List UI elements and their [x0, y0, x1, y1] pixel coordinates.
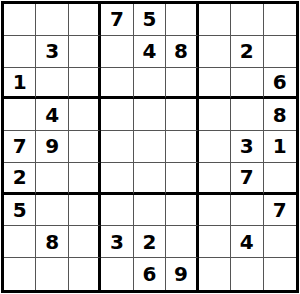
cell-r7c7[interactable] — [199, 195, 231, 227]
cell-r1c6[interactable] — [166, 4, 198, 36]
sudoku-page: 753482164879312757832469 — [0, 0, 300, 294]
cell-r6c5[interactable] — [134, 163, 166, 195]
cell-r4c1[interactable] — [4, 99, 36, 131]
cell-r2c7[interactable] — [199, 36, 231, 68]
cell-r7c5[interactable] — [134, 195, 166, 227]
cell-r3c4[interactable] — [101, 68, 133, 100]
cell-r5c4[interactable] — [101, 131, 133, 163]
cell-r4c3[interactable] — [69, 99, 101, 131]
cell-r9c5[interactable]: 6 — [134, 258, 166, 290]
cell-r8c9[interactable] — [264, 226, 296, 258]
cell-r9c4[interactable] — [101, 258, 133, 290]
cell-r3c1[interactable]: 1 — [4, 68, 36, 100]
cell-r8c4[interactable]: 3 — [101, 226, 133, 258]
cell-r5c8[interactable]: 3 — [231, 131, 263, 163]
cell-r2c4[interactable] — [101, 36, 133, 68]
cell-r6c9[interactable] — [264, 163, 296, 195]
cell-r4c9[interactable]: 8 — [264, 99, 296, 131]
cell-r7c9[interactable]: 7 — [264, 195, 296, 227]
cell-r2c9[interactable] — [264, 36, 296, 68]
cell-r6c3[interactable] — [69, 163, 101, 195]
cell-r6c7[interactable] — [199, 163, 231, 195]
cell-r4c5[interactable] — [134, 99, 166, 131]
cell-r4c6[interactable] — [166, 99, 198, 131]
cell-r3c9[interactable]: 6 — [264, 68, 296, 100]
cell-r7c3[interactable] — [69, 195, 101, 227]
cell-r6c8[interactable]: 7 — [231, 163, 263, 195]
cell-r4c7[interactable] — [199, 99, 231, 131]
cell-r5c2[interactable]: 9 — [36, 131, 68, 163]
cell-r3c7[interactable] — [199, 68, 231, 100]
cell-r8c3[interactable] — [69, 226, 101, 258]
cell-r3c8[interactable] — [231, 68, 263, 100]
cell-r2c2[interactable]: 3 — [36, 36, 68, 68]
cell-r5c1[interactable]: 7 — [4, 131, 36, 163]
cell-r6c6[interactable] — [166, 163, 198, 195]
cell-r7c1[interactable]: 5 — [4, 195, 36, 227]
cell-r2c8[interactable]: 2 — [231, 36, 263, 68]
cell-r1c2[interactable] — [36, 4, 68, 36]
cell-r9c7[interactable] — [199, 258, 231, 290]
cell-r1c7[interactable] — [199, 4, 231, 36]
cell-r6c2[interactable] — [36, 163, 68, 195]
cell-r2c1[interactable] — [4, 36, 36, 68]
cell-r9c9[interactable] — [264, 258, 296, 290]
sudoku-board: 753482164879312757832469 — [1, 1, 299, 293]
cell-r9c3[interactable] — [69, 258, 101, 290]
cell-r5c3[interactable] — [69, 131, 101, 163]
cell-r1c9[interactable] — [264, 4, 296, 36]
cell-r1c5[interactable]: 5 — [134, 4, 166, 36]
cell-r1c3[interactable] — [69, 4, 101, 36]
cell-r3c3[interactable] — [69, 68, 101, 100]
cell-r5c9[interactable]: 1 — [264, 131, 296, 163]
cell-r8c6[interactable] — [166, 226, 198, 258]
cell-r3c6[interactable] — [166, 68, 198, 100]
cell-r1c4[interactable]: 7 — [101, 4, 133, 36]
cell-r8c2[interactable]: 8 — [36, 226, 68, 258]
cell-r3c5[interactable] — [134, 68, 166, 100]
cell-r2c3[interactable] — [69, 36, 101, 68]
cell-r6c1[interactable]: 2 — [4, 163, 36, 195]
cell-r2c5[interactable]: 4 — [134, 36, 166, 68]
cell-r8c1[interactable] — [4, 226, 36, 258]
cell-r7c6[interactable] — [166, 195, 198, 227]
cell-r5c6[interactable] — [166, 131, 198, 163]
cell-r3c2[interactable] — [36, 68, 68, 100]
cell-r5c7[interactable] — [199, 131, 231, 163]
cell-r7c4[interactable] — [101, 195, 133, 227]
cell-r7c8[interactable] — [231, 195, 263, 227]
cell-r9c1[interactable] — [4, 258, 36, 290]
cell-r9c6[interactable]: 9 — [166, 258, 198, 290]
cell-r1c8[interactable] — [231, 4, 263, 36]
cell-r1c1[interactable] — [4, 4, 36, 36]
cell-r4c4[interactable] — [101, 99, 133, 131]
cell-r4c8[interactable] — [231, 99, 263, 131]
cell-r9c8[interactable] — [231, 258, 263, 290]
cell-r2c6[interactable]: 8 — [166, 36, 198, 68]
cell-r7c2[interactable] — [36, 195, 68, 227]
cell-r8c5[interactable]: 2 — [134, 226, 166, 258]
cell-r8c8[interactable]: 4 — [231, 226, 263, 258]
cell-r5c5[interactable] — [134, 131, 166, 163]
cell-r6c4[interactable] — [101, 163, 133, 195]
cell-r9c2[interactable] — [36, 258, 68, 290]
cell-r4c2[interactable]: 4 — [36, 99, 68, 131]
cell-r8c7[interactable] — [199, 226, 231, 258]
